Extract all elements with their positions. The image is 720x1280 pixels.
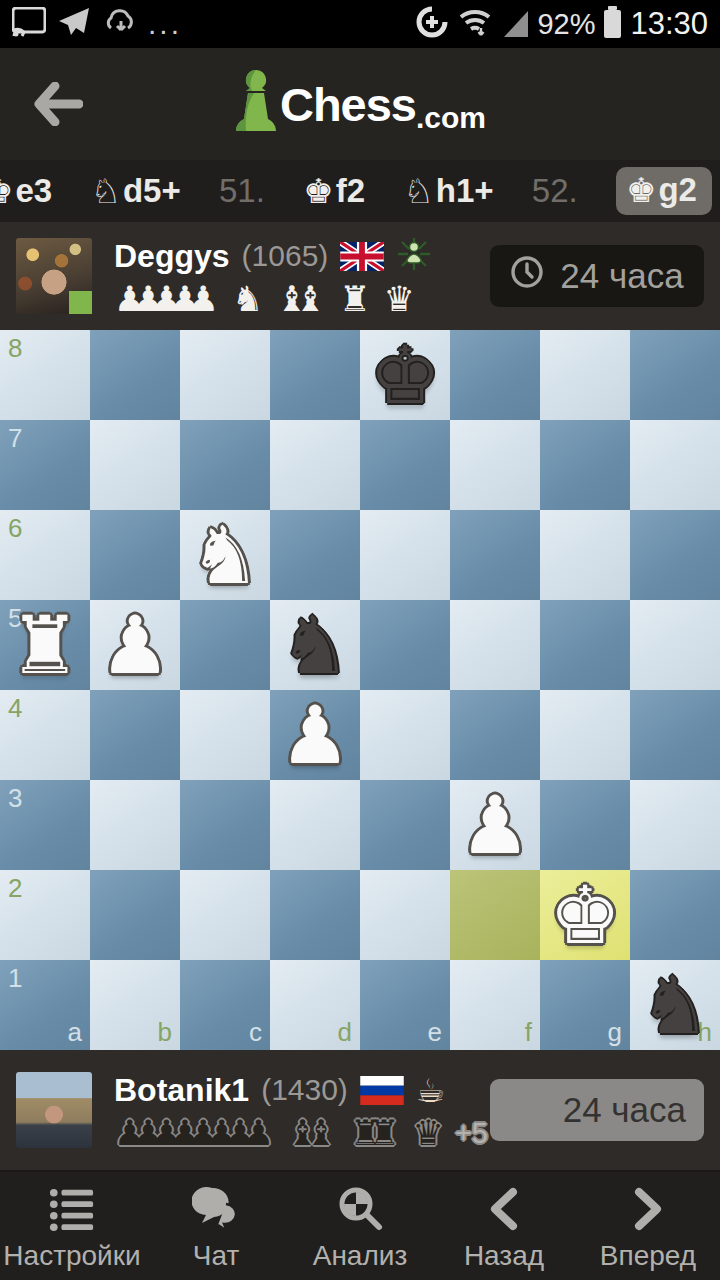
file-label-b: b <box>158 1017 172 1048</box>
black-king-e8: ♚ <box>360 330 450 420</box>
move-number-52: 52. <box>532 172 578 210</box>
captured-group: ♞ <box>232 282 263 316</box>
square-c7[interactable] <box>180 420 270 510</box>
zen-award-badge-icon <box>396 236 432 276</box>
clock-icon <box>510 255 544 297</box>
square-f2[interactable] <box>450 870 540 960</box>
nav-forward[interactable]: Вперед <box>576 1172 720 1280</box>
square-d8[interactable] <box>270 330 360 420</box>
russia-flag-icon <box>360 1076 404 1105</box>
square-g4[interactable] <box>540 690 630 780</box>
captured-group: ♟♟♟♟♟♟♟♟ <box>114 1116 274 1150</box>
square-f1[interactable]: f <box>450 960 540 1050</box>
avatar-bottom[interactable] <box>16 1072 92 1148</box>
rank-label-3: 3 <box>8 783 22 814</box>
captured-group: ♜♜ <box>350 1116 400 1150</box>
square-f3[interactable]: ♟ <box>450 780 540 870</box>
square-d6[interactable] <box>270 510 360 600</box>
rank-label-2: 2 <box>8 873 22 904</box>
captured-group: ♝♝ <box>276 282 326 316</box>
square-a1[interactable]: 1a <box>0 960 90 1050</box>
file-label-h: h <box>698 1017 712 1048</box>
square-h3[interactable] <box>630 780 720 870</box>
square-g2[interactable]: ♚ <box>540 870 630 960</box>
square-e1[interactable]: e <box>360 960 450 1050</box>
square-e4[interactable] <box>360 690 450 780</box>
square-a4[interactable]: 4 <box>0 690 90 780</box>
square-g8[interactable] <box>540 330 630 420</box>
square-b5[interactable]: ♟ <box>90 600 180 690</box>
pawn-logo-icon <box>234 68 278 140</box>
white-pawn-d4: ♟ <box>270 690 360 780</box>
back-button[interactable] <box>30 76 86 132</box>
square-a8[interactable]: 8 <box>0 330 90 420</box>
square-c5[interactable] <box>180 600 270 690</box>
square-h2[interactable] <box>630 870 720 960</box>
nav-label-analysis: Анализ <box>313 1240 408 1272</box>
nav-settings[interactable]: Настройки <box>0 1172 144 1280</box>
square-e7[interactable] <box>360 420 450 510</box>
list-icon <box>49 1180 95 1232</box>
black-knight-h1: ♞ <box>630 960 720 1050</box>
square-a3[interactable]: 3 <box>0 780 90 870</box>
back-chevron-icon <box>487 1180 521 1232</box>
square-b8[interactable] <box>90 330 180 420</box>
rank-label-4: 4 <box>8 693 22 724</box>
square-f4[interactable] <box>450 690 540 780</box>
square-d2[interactable] <box>270 870 360 960</box>
coffee-icon: ☕ <box>416 1071 446 1110</box>
move-number-51: 51. <box>219 172 265 210</box>
more-dots: ... <box>148 14 182 34</box>
captured-pieces-bottom: ♟♟♟♟♟♟♟♟♝♝♜♜♛+5 <box>114 1116 488 1150</box>
square-d7[interactable] <box>270 420 360 510</box>
nav-back[interactable]: Назад <box>432 1172 576 1280</box>
nav-analysis[interactable]: Анализ <box>288 1172 432 1280</box>
clock-top: 24 часа <box>490 245 704 307</box>
square-b4[interactable] <box>90 690 180 780</box>
player-rating-bottom: (1430) <box>261 1073 348 1107</box>
captured-group: ♛ <box>383 282 414 316</box>
square-b3[interactable] <box>90 780 180 870</box>
battery-icon <box>604 10 621 38</box>
square-h1[interactable]: h♞ <box>630 960 720 1050</box>
square-h5[interactable] <box>630 600 720 690</box>
square-g7[interactable] <box>540 420 630 510</box>
captured-group: ♝♝ <box>287 1116 337 1150</box>
square-b2[interactable] <box>90 870 180 960</box>
bottom-nav: Настройки Чат Анализ Назад Вперед <box>0 1172 720 1280</box>
square-b6[interactable] <box>90 510 180 600</box>
material-advantage: +5 <box>455 1116 488 1150</box>
file-label-a: a <box>68 1017 82 1048</box>
square-e6[interactable] <box>360 510 450 600</box>
uk-flag-icon <box>340 242 384 271</box>
square-b1[interactable]: b <box>90 960 180 1050</box>
forward-chevron-icon <box>631 1180 665 1232</box>
square-b7[interactable] <box>90 420 180 510</box>
move-g2-current[interactable]: ♚g2 <box>616 167 712 215</box>
logo-text-com: .com <box>416 101 486 140</box>
analysis-icon <box>336 1180 384 1232</box>
data-saver-icon <box>416 6 448 42</box>
logo-text-chess: Chess <box>280 77 416 132</box>
square-c1[interactable]: c <box>180 960 270 1050</box>
white-king-g2: ♚ <box>540 870 630 960</box>
telegram-icon <box>58 7 90 41</box>
player-card-bottom: Botanik1 (1430) ☕ ♟♟♟♟♟♟♟♟♝♝♜♜♛+5 24 час… <box>0 1050 720 1172</box>
square-d4[interactable]: ♟ <box>270 690 360 780</box>
square-h7[interactable] <box>630 420 720 510</box>
cloud-sync-icon <box>102 8 136 40</box>
square-c2[interactable] <box>180 870 270 960</box>
square-g5[interactable] <box>540 600 630 690</box>
square-e2[interactable] <box>360 870 450 960</box>
rank-label-6: 6 <box>8 513 22 544</box>
battery-percent: 92% <box>537 8 595 41</box>
cast-icon <box>12 7 46 41</box>
square-g3[interactable] <box>540 780 630 870</box>
square-d5[interactable]: ♞ <box>270 600 360 690</box>
move-d5-check[interactable]: ♘d5+ <box>90 171 180 211</box>
player-name-bottom[interactable]: Botanik1 <box>114 1072 249 1109</box>
square-f5[interactable] <box>450 600 540 690</box>
nav-label-settings: Настройки <box>3 1240 140 1272</box>
move-f2[interactable]: ♚f2 <box>303 171 365 211</box>
avatar-top[interactable] <box>16 238 92 314</box>
rank-label-1: 1 <box>8 963 22 994</box>
file-label-c: c <box>249 1017 262 1048</box>
white-pawn-f3: ♟ <box>450 780 540 870</box>
move-list-bar: ♚e3 ♘d5+ 51. ♚f2 ♘h1+ 52. ♚g2 <box>0 160 720 222</box>
clock-text-bottom: 24 часа <box>563 1090 686 1130</box>
move-h1-check[interactable]: ♘h1+ <box>403 171 493 211</box>
file-label-d: d <box>338 1017 352 1048</box>
file-label-f: f <box>525 1017 532 1048</box>
square-c8[interactable] <box>180 330 270 420</box>
black-knight-d5: ♞ <box>270 600 360 690</box>
rank-label-8: 8 <box>8 333 22 364</box>
file-label-e: e <box>428 1017 442 1048</box>
clock-text-top: 24 часа <box>560 256 683 296</box>
signal-icon <box>504 11 528 37</box>
white-pawn-b5: ♟ <box>90 600 180 690</box>
square-a5[interactable]: 5♜ <box>0 600 90 690</box>
square-e8[interactable]: ♚ <box>360 330 450 420</box>
square-f7[interactable] <box>450 420 540 510</box>
square-c4[interactable] <box>180 690 270 780</box>
move-e3[interactable]: ♚e3 <box>0 171 52 211</box>
square-a2[interactable]: 2 <box>0 870 90 960</box>
square-g6[interactable] <box>540 510 630 600</box>
square-a7[interactable]: 7 <box>0 420 90 510</box>
rank-label-7: 7 <box>8 423 22 454</box>
white-rook-a5: ♜ <box>0 600 90 690</box>
status-bar: ... 92% 13:30 <box>0 0 720 48</box>
square-d1[interactable]: d <box>270 960 360 1050</box>
square-h4[interactable] <box>630 690 720 780</box>
captured-group: ♜ <box>339 282 370 316</box>
chesscom-logo: Chess .com <box>234 68 486 140</box>
square-h8[interactable] <box>630 330 720 420</box>
presence-indicator <box>69 291 92 314</box>
captured-group: ♟♟♟♟♟ <box>114 282 219 316</box>
square-f6[interactable] <box>450 510 540 600</box>
rank-label-5: 5 <box>8 603 22 634</box>
player-rating-top: (1065) <box>242 239 329 273</box>
square-h6[interactable] <box>630 510 720 600</box>
app-header: Chess .com <box>0 48 720 160</box>
chess-board[interactable]: 8♚76♞5♜♟♞4♟3♟2♚1abcdefgh♞ <box>0 330 720 1050</box>
wifi-icon <box>457 7 495 41</box>
player-name-top[interactable]: Deggys <box>114 238 230 275</box>
square-f8[interactable] <box>450 330 540 420</box>
square-g1[interactable]: g <box>540 960 630 1050</box>
captured-group: ♛ <box>413 1116 444 1150</box>
chat-icon <box>192 1180 240 1232</box>
nav-chat[interactable]: Чат <box>144 1172 288 1280</box>
nav-label-back: Назад <box>464 1240 544 1272</box>
square-c6[interactable]: ♞ <box>180 510 270 600</box>
file-label-g: g <box>608 1017 622 1048</box>
square-c3[interactable] <box>180 780 270 870</box>
square-d3[interactable] <box>270 780 360 870</box>
square-e5[interactable] <box>360 600 450 690</box>
clock-time: 13:30 <box>630 6 708 42</box>
player-card-top: Deggys (1065) ♟♟♟♟♟♞♝♝♜♛ 24 часа <box>0 222 720 330</box>
nav-label-chat: Чат <box>193 1240 239 1272</box>
captured-pieces-top: ♟♟♟♟♟♞♝♝♜♛ <box>114 282 432 316</box>
square-e3[interactable] <box>360 780 450 870</box>
white-knight-c6: ♞ <box>180 510 270 600</box>
square-a6[interactable]: 6 <box>0 510 90 600</box>
nav-label-forward: Вперед <box>600 1240 696 1272</box>
clock-bottom: 24 часа <box>490 1079 704 1141</box>
